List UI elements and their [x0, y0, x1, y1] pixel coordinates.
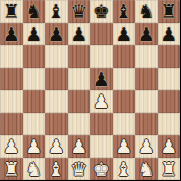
square-a3[interactable]: [0, 113, 23, 136]
square-g2[interactable]: ♟: [135, 135, 158, 158]
square-e1[interactable]: ♚: [90, 158, 113, 181]
square-h4[interactable]: [158, 90, 181, 113]
square-c4[interactable]: [45, 90, 68, 113]
square-g1[interactable]: ♞: [135, 158, 158, 181]
square-c7[interactable]: ♟: [45, 23, 68, 46]
square-a8[interactable]: ♜: [0, 0, 23, 23]
square-a5[interactable]: [0, 68, 23, 91]
square-e4[interactable]: ♟: [90, 90, 113, 113]
square-c8[interactable]: ♝: [45, 0, 68, 23]
piece-black-queen[interactable]: ♛: [70, 0, 87, 22]
piece-white-pawn[interactable]: ♟: [48, 135, 65, 157]
piece-white-king[interactable]: ♚: [93, 157, 110, 179]
square-e6[interactable]: [90, 45, 113, 68]
square-f4[interactable]: [113, 90, 136, 113]
square-g5[interactable]: [135, 68, 158, 91]
piece-white-bishop[interactable]: ♝: [48, 157, 65, 179]
piece-white-pawn[interactable]: ♟: [138, 135, 155, 157]
square-h8[interactable]: ♜: [158, 0, 181, 23]
piece-white-queen[interactable]: ♛: [70, 157, 87, 179]
piece-black-rook[interactable]: ♜: [3, 0, 20, 22]
square-b6[interactable]: [23, 45, 46, 68]
piece-black-knight[interactable]: ♞: [25, 0, 42, 22]
square-h7[interactable]: ♟: [158, 23, 181, 46]
square-g7[interactable]: ♟: [135, 23, 158, 46]
square-f5[interactable]: [113, 68, 136, 91]
piece-black-pawn[interactable]: ♟: [93, 67, 110, 89]
square-b5[interactable]: [23, 68, 46, 91]
square-b2[interactable]: ♟: [23, 135, 46, 158]
piece-white-pawn[interactable]: ♟: [70, 135, 87, 157]
square-d2[interactable]: ♟: [68, 135, 91, 158]
square-c6[interactable]: [45, 45, 68, 68]
piece-white-pawn[interactable]: ♟: [160, 135, 177, 157]
square-c3[interactable]: [45, 113, 68, 136]
square-a6[interactable]: [0, 45, 23, 68]
square-b3[interactable]: [23, 113, 46, 136]
piece-white-pawn[interactable]: ♟: [93, 90, 110, 112]
square-f7[interactable]: ♟: [113, 23, 136, 46]
square-g3[interactable]: [135, 113, 158, 136]
piece-black-pawn[interactable]: ♟: [48, 22, 65, 44]
square-b7[interactable]: ♟: [23, 23, 46, 46]
square-e8[interactable]: ♚: [90, 0, 113, 23]
piece-black-bishop[interactable]: ♝: [48, 0, 65, 22]
square-d3[interactable]: [68, 113, 91, 136]
square-f3[interactable]: [113, 113, 136, 136]
piece-white-pawn[interactable]: ♟: [25, 135, 42, 157]
piece-black-bishop[interactable]: ♝: [115, 0, 132, 22]
square-f8[interactable]: ♝: [113, 0, 136, 23]
square-e2[interactable]: [90, 135, 113, 158]
square-g8[interactable]: ♞: [135, 0, 158, 23]
square-f6[interactable]: [113, 45, 136, 68]
square-h5[interactable]: [158, 68, 181, 91]
square-a1[interactable]: ♜: [0, 158, 23, 181]
piece-white-bishop[interactable]: ♝: [115, 157, 132, 179]
square-g6[interactable]: [135, 45, 158, 68]
piece-black-knight[interactable]: ♞: [138, 0, 155, 22]
piece-white-pawn[interactable]: ♟: [115, 135, 132, 157]
piece-black-pawn[interactable]: ♟: [70, 22, 87, 44]
square-e3[interactable]: [90, 113, 113, 136]
square-d4[interactable]: [68, 90, 91, 113]
square-h3[interactable]: [158, 113, 181, 136]
square-d5[interactable]: [68, 68, 91, 91]
square-b8[interactable]: ♞: [23, 0, 46, 23]
square-h1[interactable]: ♜: [158, 158, 181, 181]
square-d6[interactable]: [68, 45, 91, 68]
square-a7[interactable]: ♟: [0, 23, 23, 46]
piece-black-pawn[interactable]: ♟: [138, 22, 155, 44]
square-e7[interactable]: [90, 23, 113, 46]
square-h2[interactable]: ♟: [158, 135, 181, 158]
square-f1[interactable]: ♝: [113, 158, 136, 181]
square-d7[interactable]: ♟: [68, 23, 91, 46]
square-b4[interactable]: [23, 90, 46, 113]
square-f2[interactable]: ♟: [113, 135, 136, 158]
square-e5[interactable]: ♟: [90, 68, 113, 91]
piece-black-rook[interactable]: ♜: [160, 0, 177, 22]
square-a4[interactable]: [0, 90, 23, 113]
square-c5[interactable]: [45, 68, 68, 91]
piece-white-pawn[interactable]: ♟: [3, 135, 20, 157]
square-d8[interactable]: ♛: [68, 0, 91, 23]
square-h6[interactable]: [158, 45, 181, 68]
piece-white-rook[interactable]: ♜: [160, 157, 177, 179]
square-a2[interactable]: ♟: [0, 135, 23, 158]
piece-black-pawn[interactable]: ♟: [115, 22, 132, 44]
square-d1[interactable]: ♛: [68, 158, 91, 181]
chess-board: ♜♞♝♛♚♝♞♜♟♟♟♟♟♟♟♟♟♟♟♟♟♟♟♟♜♞♝♛♚♝♞♜: [0, 0, 180, 180]
piece-black-pawn[interactable]: ♟: [3, 22, 20, 44]
square-c2[interactable]: ♟: [45, 135, 68, 158]
square-b1[interactable]: ♞: [23, 158, 46, 181]
piece-black-pawn[interactable]: ♟: [25, 22, 42, 44]
piece-black-king[interactable]: ♚: [93, 0, 110, 22]
square-c1[interactable]: ♝: [45, 158, 68, 181]
piece-white-knight[interactable]: ♞: [138, 157, 155, 179]
piece-white-rook[interactable]: ♜: [3, 157, 20, 179]
piece-black-pawn[interactable]: ♟: [160, 22, 177, 44]
square-g4[interactable]: [135, 90, 158, 113]
piece-white-knight[interactable]: ♞: [25, 157, 42, 179]
